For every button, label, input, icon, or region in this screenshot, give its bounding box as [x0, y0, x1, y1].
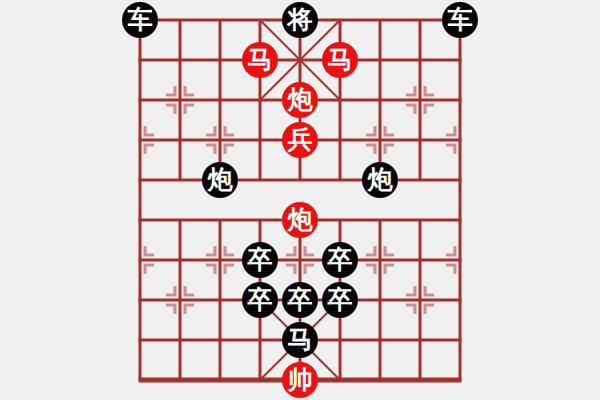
board-point: 炮 — [360, 160, 400, 200]
black-soldier[interactable]: 卒 — [242, 282, 278, 318]
board-point: 卒 — [320, 280, 360, 320]
board-point: 将 — [280, 0, 320, 40]
black-soldier[interactable]: 卒 — [322, 242, 358, 278]
board-point: 卒 — [320, 240, 360, 280]
black-soldier[interactable]: 卒 — [322, 282, 358, 318]
black-chariot[interactable]: 车 — [442, 2, 478, 38]
red-general[interactable]: 帅 — [282, 362, 318, 398]
board-point: 炮 — [280, 80, 320, 120]
board-point: 兵 — [280, 120, 320, 160]
black-cannon[interactable]: 炮 — [202, 162, 238, 198]
red-cannon[interactable]: 炮 — [282, 202, 318, 238]
board-point: 马 — [320, 40, 360, 80]
black-general[interactable]: 将 — [282, 2, 318, 38]
piece-grid: 车将车马马炮兵炮炮炮卒卒卒卒卒马帅 — [120, 0, 480, 400]
red-horse[interactable]: 马 — [322, 42, 358, 78]
xiangqi-app: 车将车马马炮兵炮炮炮卒卒卒卒卒马帅 — [0, 0, 600, 400]
board-point: 炮 — [200, 160, 240, 200]
red-cannon[interactable]: 炮 — [282, 82, 318, 118]
board-point: 车 — [440, 0, 480, 40]
board-point: 车 — [120, 0, 160, 40]
board-point: 卒 — [240, 240, 280, 280]
black-soldier[interactable]: 卒 — [242, 242, 278, 278]
black-cannon[interactable]: 炮 — [362, 162, 398, 198]
board-point: 马 — [280, 320, 320, 360]
board-point: 帅 — [280, 360, 320, 400]
board-point: 炮 — [280, 200, 320, 240]
red-horse[interactable]: 马 — [242, 42, 278, 78]
red-soldier[interactable]: 兵 — [282, 122, 318, 158]
black-soldier[interactable]: 卒 — [282, 282, 318, 318]
black-chariot[interactable]: 车 — [122, 2, 158, 38]
black-horse[interactable]: 马 — [282, 322, 318, 358]
board-point: 卒 — [240, 280, 280, 320]
board-point: 卒 — [280, 280, 320, 320]
board-point: 马 — [240, 40, 280, 80]
